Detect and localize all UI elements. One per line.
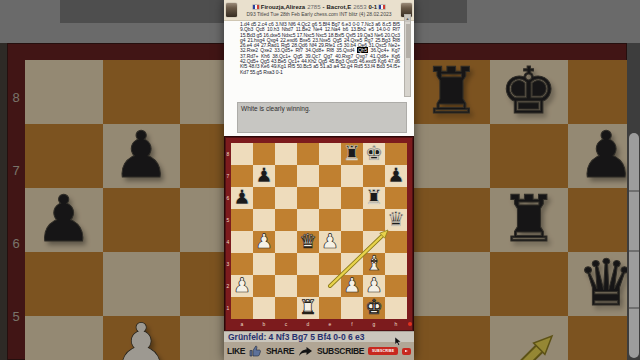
scroll-up-arrow-icon[interactable]: ▲ (405, 15, 410, 22)
youtube-icon[interactable] (402, 348, 411, 355)
square-h4[interactable] (385, 231, 407, 253)
file-label-d: d (297, 321, 319, 327)
event-line: D93 Titled Tue 28th Feb Early chess.com … (247, 11, 392, 17)
square-b8[interactable] (253, 143, 275, 165)
file-label-h: h (385, 321, 407, 327)
square-c4[interactable] (275, 231, 297, 253)
engagement-bar: LIKE SHARE SUBSCRIBE SUBSCRIBE (224, 342, 414, 360)
square-g3[interactable]: ♝ (363, 253, 385, 275)
rank-label-3: 3 (225, 261, 231, 267)
square-e8[interactable] (319, 143, 341, 165)
chess-board: ♜♚♟♟♟♜♛♟♛♟♝♟♟♟♜♚ (231, 143, 407, 319)
square-f1[interactable] (341, 297, 363, 319)
window-left-edge (0, 43, 7, 360)
square-d6[interactable] (297, 187, 319, 209)
square-e7[interactable] (319, 165, 341, 187)
side-to-move-dot (408, 322, 412, 326)
square-a4[interactable] (231, 231, 253, 253)
square-e4[interactable]: ♟ (319, 231, 341, 253)
analysis-panel: Firouzja,Alireza 2785 - Bacrot,E 2653 0-… (224, 0, 414, 360)
rank-label-7: 7 (225, 173, 231, 179)
black-player-elo: 2653 (353, 4, 366, 10)
square-c3[interactable] (275, 253, 297, 275)
game-header-text: Firouzja,Alireza 2785 - Bacrot,E 2653 0-… (239, 4, 399, 17)
square-h1[interactable] (385, 297, 407, 319)
share-arrow-icon[interactable] (298, 346, 313, 357)
square-g4[interactable] (363, 231, 385, 253)
rank-label-6: 6 (225, 195, 231, 201)
screenshot-stage: ♜♚♟♟♟♜♛♟♛♟♝♟♟♟♜♚ 8765 Firouzja,Alireza 2… (0, 0, 640, 360)
square-h8[interactable] (385, 143, 407, 165)
piece-white-pawn[interactable]: ♟ (233, 275, 251, 295)
move-list[interactable]: 1.d4 d5 2.c4 c6 3.Nf3 Nf6 4.Qc2 g6 5.Bf4… (224, 20, 414, 75)
square-d4[interactable]: ♛ (297, 231, 319, 253)
square-c8[interactable] (275, 143, 297, 165)
square-a7[interactable] (231, 165, 253, 187)
piece-white-queen[interactable]: ♛ (299, 231, 317, 251)
square-f7[interactable] (341, 165, 363, 187)
piece-black-pawn[interactable]: ♟ (387, 165, 405, 185)
square-a3[interactable] (231, 253, 253, 275)
opening-caption: Grünfeld: 4 Nf3 Bg7 5 Bf4 0-0 6 e3 (224, 331, 414, 342)
thumbs-up-icon[interactable] (249, 345, 262, 357)
rank-label-1: 1 (225, 305, 231, 311)
square-a1[interactable] (231, 297, 253, 319)
black-player-name: Bacrot,E (326, 4, 351, 10)
file-label-a: a (231, 321, 253, 327)
annotation-box: White is clearly winning. (237, 102, 407, 133)
piece-black-king[interactable]: ♚ (365, 143, 383, 163)
square-c6[interactable] (275, 187, 297, 209)
rank-label-5: 5 (225, 217, 231, 223)
annotation-text: White is clearly winning. (238, 103, 406, 114)
square-f3[interactable] (341, 253, 363, 275)
rank-label-8: 8 (225, 151, 231, 157)
piece-white-pawn[interactable]: ♟ (365, 275, 383, 295)
square-g8[interactable]: ♚ (363, 143, 385, 165)
square-d5[interactable] (297, 209, 319, 231)
square-g6[interactable]: ♜ (363, 187, 385, 209)
square-h6[interactable] (385, 187, 407, 209)
square-g2[interactable]: ♟ (363, 275, 385, 297)
square-b5[interactable] (253, 209, 275, 231)
square-d1[interactable]: ♜ (297, 297, 319, 319)
square-d2[interactable] (297, 275, 319, 297)
french-flag-icon (253, 5, 259, 9)
square-h3[interactable] (385, 253, 407, 275)
piece-black-queen[interactable]: ♛ (387, 209, 405, 229)
square-g1[interactable]: ♚ (363, 297, 385, 319)
square-a5[interactable] (231, 209, 253, 231)
square-b3[interactable] (253, 253, 275, 275)
square-c7[interactable] (275, 165, 297, 187)
notation-scrollbar-thumb[interactable] (406, 24, 411, 58)
piece-white-pawn[interactable]: ♟ (343, 275, 361, 295)
square-f5[interactable] (341, 209, 363, 231)
piece-white-pawn[interactable]: ♟ (255, 231, 273, 251)
square-f4[interactable] (341, 231, 363, 253)
square-e5[interactable] (319, 209, 341, 231)
white-player-photo (226, 3, 237, 17)
square-e3[interactable] (319, 253, 341, 275)
subscribe-button[interactable]: SUBSCRIBE (368, 347, 398, 355)
mouse-cursor (395, 337, 403, 346)
square-g7[interactable] (363, 165, 385, 187)
square-h2[interactable] (385, 275, 407, 297)
square-h5[interactable]: ♛ (385, 209, 407, 231)
players-separator: - (322, 4, 324, 10)
game-header: Firouzja,Alireza 2785 - Bacrot,E 2653 0-… (224, 0, 414, 21)
rank-label-4: 4 (225, 239, 231, 245)
piece-white-bishop[interactable]: ♝ (365, 253, 383, 273)
square-b2[interactable] (253, 275, 275, 297)
game-result: 0-1 (369, 4, 378, 10)
square-b7[interactable]: ♟ (253, 165, 275, 187)
square-f8[interactable]: ♜ (341, 143, 363, 165)
square-e6[interactable] (319, 187, 341, 209)
window-scrollbar-thumb[interactable] (629, 133, 639, 358)
scrollbar-divider (629, 190, 639, 192)
square-f6[interactable] (341, 187, 363, 209)
square-e2[interactable] (319, 275, 341, 297)
file-label-b: b (253, 321, 275, 327)
piece-black-rook[interactable]: ♜ (343, 143, 361, 163)
square-h7[interactable]: ♟ (385, 165, 407, 187)
square-b6[interactable] (253, 187, 275, 209)
square-a6[interactable]: ♟ (231, 187, 253, 209)
square-d7[interactable] (297, 165, 319, 187)
scrollbar-divider (629, 250, 639, 252)
scrollbar-divider (629, 307, 639, 309)
piece-black-pawn[interactable]: ♟ (255, 165, 273, 185)
players-line: Firouzja,Alireza 2785 - Bacrot,E 2653 0-… (253, 4, 385, 10)
square-e1[interactable] (319, 297, 341, 319)
like-button[interactable]: LIKE (227, 346, 245, 356)
square-a8[interactable] (231, 143, 253, 165)
square-b4[interactable]: ♟ (253, 231, 275, 253)
piece-black-rook[interactable]: ♜ (365, 187, 383, 207)
square-c5[interactable] (275, 209, 297, 231)
piece-white-pawn[interactable]: ♟ (321, 231, 339, 251)
rank-label-2: 2 (225, 283, 231, 289)
french-flag-icon (379, 5, 385, 9)
square-b1[interactable] (253, 297, 275, 319)
subscribe-label[interactable]: SUBSCRIBE (317, 346, 364, 356)
board-frame: ♜♚♟♟♟♜♛♟♛♟♝♟♟♟♜♚ 87654321abcdefgh (225, 137, 413, 331)
square-c1[interactable] (275, 297, 297, 319)
file-label-c: c (275, 321, 297, 327)
file-label-g: g (363, 321, 385, 327)
piece-white-rook[interactable]: ♜ (299, 297, 317, 317)
square-f2[interactable]: ♟ (341, 275, 363, 297)
piece-black-pawn[interactable]: ♟ (233, 187, 251, 207)
square-d3[interactable] (297, 253, 319, 275)
white-player-elo: 2785 (307, 4, 320, 10)
square-c2[interactable] (275, 275, 297, 297)
white-player-name: Firouzja,Alireza (261, 4, 305, 10)
notation-pane[interactable]: 1.d4 d5 2.c4 c6 3.Nf3 Nf6 4.Qc2 g6 5.Bf4… (224, 20, 414, 97)
share-button[interactable]: SHARE (266, 346, 294, 356)
square-g5[interactable] (363, 209, 385, 231)
square-d8[interactable] (297, 143, 319, 165)
window-scrollbar[interactable] (627, 43, 640, 360)
notation-scrollbar[interactable]: ▲ (404, 14, 411, 97)
piece-white-king[interactable]: ♚ (365, 297, 383, 317)
square-a2[interactable]: ♟ (231, 275, 253, 297)
file-label-e: e (319, 321, 341, 327)
file-label-f: f (341, 321, 363, 327)
